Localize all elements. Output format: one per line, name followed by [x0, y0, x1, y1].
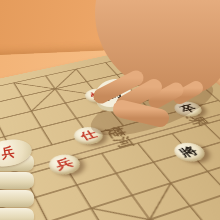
- stacked-piece: [0, 172, 34, 189]
- xiangqi-piece-black[interactable]: 卒: [170, 99, 207, 119]
- piece-stack[interactable]: 兵: [0, 150, 42, 220]
- xiangqi-piece-red[interactable]: 兵: [44, 151, 84, 177]
- xiangqi-piece-red[interactable]: 炮: [81, 86, 115, 104]
- xiangqi-piece-black[interactable]: 將: [168, 140, 209, 165]
- stacked-piece: [0, 190, 34, 207]
- stacked-piece: [0, 208, 34, 220]
- xiangqi-photo-scene: 楚河 漢界 車馬相仕帥兵兵仕炮卒將 兵 馬: [0, 0, 220, 220]
- xiangqi-piece-red[interactable]: 仕: [70, 124, 108, 147]
